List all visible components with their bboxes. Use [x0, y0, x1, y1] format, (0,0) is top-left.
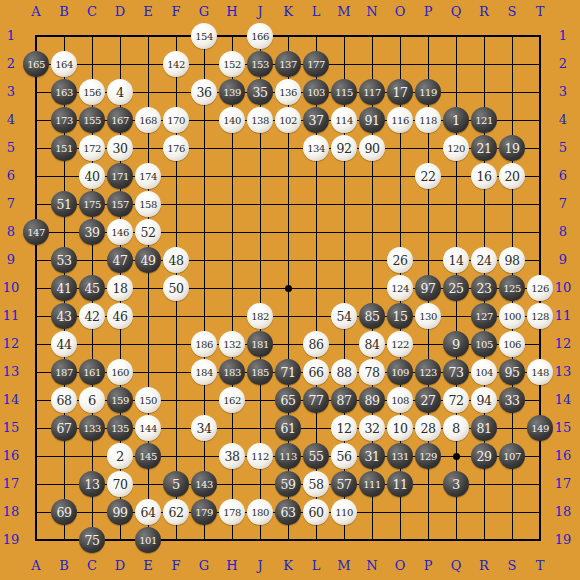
white-stone-move-16[interactable]: 16 — [471, 163, 497, 189]
point-O6[interactable] — [386, 162, 414, 190]
point-G19[interactable] — [190, 526, 218, 554]
white-stone-move-186[interactable]: 186 — [191, 331, 217, 357]
point-Q9[interactable]: 14 — [442, 246, 470, 274]
point-O19[interactable] — [386, 526, 414, 554]
white-stone-move-184[interactable]: 184 — [191, 359, 217, 385]
point-B19[interactable] — [50, 526, 78, 554]
point-C18[interactable] — [78, 498, 106, 526]
point-H17[interactable] — [218, 470, 246, 498]
point-O3[interactable]: 17 — [386, 78, 414, 106]
point-S10[interactable]: 125 — [498, 274, 526, 302]
point-N7[interactable] — [358, 190, 386, 218]
point-B4[interactable]: 173 — [50, 106, 78, 134]
white-stone-move-108[interactable]: 108 — [387, 387, 413, 413]
point-D8[interactable]: 146 — [106, 218, 134, 246]
point-P13[interactable]: 123 — [414, 358, 442, 386]
point-L8[interactable] — [302, 218, 330, 246]
point-K11[interactable] — [274, 302, 302, 330]
point-R2[interactable] — [470, 50, 498, 78]
white-stone-move-26[interactable]: 26 — [387, 247, 413, 273]
white-stone-move-98[interactable]: 98 — [499, 247, 525, 273]
black-stone-move-163[interactable]: 163 — [51, 79, 77, 105]
black-stone-move-139[interactable]: 139 — [219, 79, 245, 105]
point-J3[interactable]: 35 — [246, 78, 274, 106]
black-stone-move-87[interactable]: 87 — [331, 387, 357, 413]
point-R8[interactable] — [470, 218, 498, 246]
point-O8[interactable] — [386, 218, 414, 246]
black-stone-move-9[interactable]: 9 — [443, 331, 469, 357]
point-T11[interactable]: 128 — [526, 302, 554, 330]
point-Q3[interactable] — [442, 78, 470, 106]
point-B18[interactable]: 69 — [50, 498, 78, 526]
point-J2[interactable]: 153 — [246, 50, 274, 78]
white-stone-move-180[interactable]: 180 — [247, 499, 273, 525]
point-F19[interactable] — [162, 526, 190, 554]
point-L2[interactable]: 177 — [302, 50, 330, 78]
point-A4[interactable] — [22, 106, 50, 134]
point-M12[interactable] — [330, 330, 358, 358]
point-T19[interactable] — [526, 526, 554, 554]
point-O7[interactable] — [386, 190, 414, 218]
point-J10[interactable] — [246, 274, 274, 302]
white-stone-move-154[interactable]: 154 — [191, 23, 217, 49]
point-B8[interactable] — [50, 218, 78, 246]
black-stone-move-5[interactable]: 5 — [163, 471, 189, 497]
white-stone-move-156[interactable]: 156 — [79, 79, 105, 105]
point-K6[interactable] — [274, 162, 302, 190]
point-P17[interactable] — [414, 470, 442, 498]
black-stone-move-49[interactable]: 49 — [135, 247, 161, 273]
point-L16[interactable]: 55 — [302, 442, 330, 470]
point-J11[interactable]: 182 — [246, 302, 274, 330]
point-M2[interactable] — [330, 50, 358, 78]
point-S14[interactable]: 33 — [498, 386, 526, 414]
white-stone-move-168[interactable]: 168 — [135, 107, 161, 133]
white-stone-move-22[interactable]: 22 — [415, 163, 441, 189]
black-stone-move-149[interactable]: 149 — [527, 415, 553, 441]
white-stone-move-44[interactable]: 44 — [51, 331, 77, 357]
point-Q5[interactable]: 120 — [442, 134, 470, 162]
white-stone-move-24[interactable]: 24 — [471, 247, 497, 273]
point-L5[interactable]: 134 — [302, 134, 330, 162]
black-stone-move-15[interactable]: 15 — [387, 303, 413, 329]
point-G13[interactable]: 184 — [190, 358, 218, 386]
point-R19[interactable] — [470, 526, 498, 554]
white-stone-move-12[interactable]: 12 — [331, 415, 357, 441]
point-D12[interactable] — [106, 330, 134, 358]
black-stone-move-175[interactable]: 175 — [79, 191, 105, 217]
point-A7[interactable] — [22, 190, 50, 218]
point-M5[interactable]: 92 — [330, 134, 358, 162]
point-J12[interactable]: 181 — [246, 330, 274, 358]
point-P11[interactable]: 130 — [414, 302, 442, 330]
black-stone-move-37[interactable]: 37 — [303, 107, 329, 133]
point-R10[interactable]: 23 — [470, 274, 498, 302]
point-K16[interactable]: 113 — [274, 442, 302, 470]
point-A3[interactable] — [22, 78, 50, 106]
point-L13[interactable]: 66 — [302, 358, 330, 386]
point-M19[interactable] — [330, 526, 358, 554]
black-stone-move-117[interactable]: 117 — [359, 79, 385, 105]
point-Q14[interactable]: 72 — [442, 386, 470, 414]
black-stone-move-67[interactable]: 67 — [51, 415, 77, 441]
point-F18[interactable]: 62 — [162, 498, 190, 526]
point-H10[interactable] — [218, 274, 246, 302]
point-O4[interactable]: 116 — [386, 106, 414, 134]
black-stone-move-129[interactable]: 129 — [415, 443, 441, 469]
black-stone-move-161[interactable]: 161 — [79, 359, 105, 385]
white-stone-move-46[interactable]: 46 — [107, 303, 133, 329]
white-stone-move-52[interactable]: 52 — [135, 219, 161, 245]
point-M14[interactable]: 87 — [330, 386, 358, 414]
point-L4[interactable]: 37 — [302, 106, 330, 134]
black-stone-move-11[interactable]: 11 — [387, 471, 413, 497]
point-K8[interactable] — [274, 218, 302, 246]
white-stone-move-36[interactable]: 36 — [191, 79, 217, 105]
point-R5[interactable]: 21 — [470, 134, 498, 162]
black-stone-move-151[interactable]: 151 — [51, 135, 77, 161]
point-T1[interactable] — [526, 22, 554, 50]
point-P3[interactable]: 119 — [414, 78, 442, 106]
point-L15[interactable] — [302, 414, 330, 442]
point-P18[interactable] — [414, 498, 442, 526]
white-stone-move-104[interactable]: 104 — [471, 359, 497, 385]
point-L10[interactable] — [302, 274, 330, 302]
white-stone-move-34[interactable]: 34 — [191, 415, 217, 441]
black-stone-move-61[interactable]: 61 — [275, 415, 301, 441]
point-E2[interactable] — [134, 50, 162, 78]
point-O10[interactable]: 124 — [386, 274, 414, 302]
white-stone-move-122[interactable]: 122 — [387, 331, 413, 357]
point-F10[interactable]: 50 — [162, 274, 190, 302]
white-stone-move-138[interactable]: 138 — [247, 107, 273, 133]
white-stone-move-106[interactable]: 106 — [499, 331, 525, 357]
point-Q17[interactable]: 3 — [442, 470, 470, 498]
point-S19[interactable] — [498, 526, 526, 554]
point-N3[interactable]: 117 — [358, 78, 386, 106]
point-P8[interactable] — [414, 218, 442, 246]
point-M1[interactable] — [330, 22, 358, 50]
white-stone-move-130[interactable]: 130 — [415, 303, 441, 329]
point-H13[interactable]: 183 — [218, 358, 246, 386]
point-S7[interactable] — [498, 190, 526, 218]
white-stone-move-126[interactable]: 126 — [527, 275, 553, 301]
point-R16[interactable]: 29 — [470, 442, 498, 470]
point-O15[interactable]: 10 — [386, 414, 414, 442]
black-stone-move-99[interactable]: 99 — [107, 499, 133, 525]
point-G4[interactable] — [190, 106, 218, 134]
point-J19[interactable] — [246, 526, 274, 554]
point-D17[interactable]: 70 — [106, 470, 134, 498]
point-R15[interactable]: 81 — [470, 414, 498, 442]
point-D4[interactable]: 167 — [106, 106, 134, 134]
point-R14[interactable]: 94 — [470, 386, 498, 414]
point-T7[interactable] — [526, 190, 554, 218]
point-F16[interactable] — [162, 442, 190, 470]
black-stone-move-45[interactable]: 45 — [79, 275, 105, 301]
point-E13[interactable] — [134, 358, 162, 386]
black-stone-move-125[interactable]: 125 — [499, 275, 525, 301]
point-P10[interactable]: 97 — [414, 274, 442, 302]
point-N8[interactable] — [358, 218, 386, 246]
point-M3[interactable]: 115 — [330, 78, 358, 106]
point-R6[interactable]: 16 — [470, 162, 498, 190]
black-stone-move-137[interactable]: 137 — [275, 51, 301, 77]
point-N16[interactable]: 31 — [358, 442, 386, 470]
point-L11[interactable] — [302, 302, 330, 330]
point-T9[interactable] — [526, 246, 554, 274]
point-J9[interactable] — [246, 246, 274, 274]
white-stone-move-88[interactable]: 88 — [331, 359, 357, 385]
point-K17[interactable]: 59 — [274, 470, 302, 498]
point-P6[interactable]: 22 — [414, 162, 442, 190]
black-stone-move-157[interactable]: 157 — [107, 191, 133, 217]
black-stone-move-171[interactable]: 171 — [107, 163, 133, 189]
point-E7[interactable]: 158 — [134, 190, 162, 218]
white-stone-move-182[interactable]: 182 — [247, 303, 273, 329]
point-O1[interactable] — [386, 22, 414, 50]
point-E17[interactable] — [134, 470, 162, 498]
white-stone-move-4[interactable]: 4 — [107, 79, 133, 105]
point-C14[interactable]: 6 — [78, 386, 106, 414]
point-L9[interactable] — [302, 246, 330, 274]
point-H9[interactable] — [218, 246, 246, 274]
black-stone-move-173[interactable]: 173 — [51, 107, 77, 133]
point-M8[interactable] — [330, 218, 358, 246]
point-T5[interactable] — [526, 134, 554, 162]
point-D2[interactable] — [106, 50, 134, 78]
point-R9[interactable]: 24 — [470, 246, 498, 274]
point-D10[interactable]: 18 — [106, 274, 134, 302]
point-R1[interactable] — [470, 22, 498, 50]
white-stone-move-18[interactable]: 18 — [107, 275, 133, 301]
black-stone-move-143[interactable]: 143 — [191, 471, 217, 497]
point-K12[interactable] — [274, 330, 302, 358]
white-stone-move-54[interactable]: 54 — [331, 303, 357, 329]
point-H11[interactable] — [218, 302, 246, 330]
point-N18[interactable] — [358, 498, 386, 526]
black-stone-move-127[interactable]: 127 — [471, 303, 497, 329]
point-E8[interactable]: 52 — [134, 218, 162, 246]
point-B14[interactable]: 68 — [50, 386, 78, 414]
black-stone-move-55[interactable]: 55 — [303, 443, 329, 469]
white-stone-move-178[interactable]: 178 — [219, 499, 245, 525]
black-stone-move-123[interactable]: 123 — [415, 359, 441, 385]
black-stone-move-3[interactable]: 3 — [443, 471, 469, 497]
point-O13[interactable]: 109 — [386, 358, 414, 386]
black-stone-move-17[interactable]: 17 — [387, 79, 413, 105]
point-M6[interactable] — [330, 162, 358, 190]
point-K19[interactable] — [274, 526, 302, 554]
point-R11[interactable]: 127 — [470, 302, 498, 330]
point-B11[interactable]: 43 — [50, 302, 78, 330]
point-B17[interactable] — [50, 470, 78, 498]
point-D3[interactable]: 4 — [106, 78, 134, 106]
point-E4[interactable]: 168 — [134, 106, 162, 134]
point-A2[interactable]: 165 — [22, 50, 50, 78]
point-F4[interactable]: 170 — [162, 106, 190, 134]
point-F5[interactable]: 176 — [162, 134, 190, 162]
point-H15[interactable] — [218, 414, 246, 442]
point-J13[interactable]: 185 — [246, 358, 274, 386]
point-N10[interactable] — [358, 274, 386, 302]
point-H1[interactable] — [218, 22, 246, 50]
point-E12[interactable] — [134, 330, 162, 358]
point-E11[interactable] — [134, 302, 162, 330]
white-stone-move-116[interactable]: 116 — [387, 107, 413, 133]
black-stone-move-103[interactable]: 103 — [303, 79, 329, 105]
point-T14[interactable] — [526, 386, 554, 414]
point-A6[interactable] — [22, 162, 50, 190]
white-stone-move-8[interactable]: 8 — [443, 415, 469, 441]
point-J16[interactable]: 112 — [246, 442, 274, 470]
point-P12[interactable] — [414, 330, 442, 358]
point-E18[interactable]: 64 — [134, 498, 162, 526]
point-N12[interactable]: 84 — [358, 330, 386, 358]
black-stone-move-85[interactable]: 85 — [359, 303, 385, 329]
white-stone-move-132[interactable]: 132 — [219, 331, 245, 357]
point-P2[interactable] — [414, 50, 442, 78]
point-O5[interactable] — [386, 134, 414, 162]
point-R12[interactable]: 105 — [470, 330, 498, 358]
point-T10[interactable]: 126 — [526, 274, 554, 302]
point-M9[interactable] — [330, 246, 358, 274]
point-G2[interactable] — [190, 50, 218, 78]
point-B1[interactable] — [50, 22, 78, 50]
point-K15[interactable]: 61 — [274, 414, 302, 442]
point-O14[interactable]: 108 — [386, 386, 414, 414]
black-stone-move-65[interactable]: 65 — [275, 387, 301, 413]
point-Q10[interactable]: 25 — [442, 274, 470, 302]
black-stone-move-121[interactable]: 121 — [471, 107, 497, 133]
point-P9[interactable] — [414, 246, 442, 274]
point-D15[interactable]: 135 — [106, 414, 134, 442]
point-M18[interactable]: 110 — [330, 498, 358, 526]
point-P5[interactable] — [414, 134, 442, 162]
point-L14[interactable]: 77 — [302, 386, 330, 414]
black-stone-move-47[interactable]: 47 — [107, 247, 133, 273]
black-stone-move-75[interactable]: 75 — [79, 527, 105, 553]
point-O16[interactable]: 131 — [386, 442, 414, 470]
point-M17[interactable]: 57 — [330, 470, 358, 498]
point-P16[interactable]: 129 — [414, 442, 442, 470]
point-M4[interactable]: 114 — [330, 106, 358, 134]
point-A9[interactable] — [22, 246, 50, 274]
point-G10[interactable] — [190, 274, 218, 302]
point-F1[interactable] — [162, 22, 190, 50]
point-R18[interactable] — [470, 498, 498, 526]
point-A12[interactable] — [22, 330, 50, 358]
white-stone-move-120[interactable]: 120 — [443, 135, 469, 161]
point-S5[interactable]: 19 — [498, 134, 526, 162]
point-N17[interactable]: 111 — [358, 470, 386, 498]
point-H6[interactable] — [218, 162, 246, 190]
point-G18[interactable]: 179 — [190, 498, 218, 526]
black-stone-move-69[interactable]: 69 — [51, 499, 77, 525]
point-F14[interactable] — [162, 386, 190, 414]
white-stone-move-38[interactable]: 38 — [219, 443, 245, 469]
point-D7[interactable]: 157 — [106, 190, 134, 218]
black-stone-move-51[interactable]: 51 — [51, 191, 77, 217]
point-F17[interactable]: 5 — [162, 470, 190, 498]
point-Q2[interactable] — [442, 50, 470, 78]
point-M11[interactable]: 54 — [330, 302, 358, 330]
point-N11[interactable]: 85 — [358, 302, 386, 330]
point-L6[interactable] — [302, 162, 330, 190]
point-R7[interactable] — [470, 190, 498, 218]
white-stone-move-28[interactable]: 28 — [415, 415, 441, 441]
point-P7[interactable] — [414, 190, 442, 218]
point-Q12[interactable]: 9 — [442, 330, 470, 358]
point-N5[interactable]: 90 — [358, 134, 386, 162]
point-A16[interactable] — [22, 442, 50, 470]
black-stone-move-97[interactable]: 97 — [415, 275, 441, 301]
point-M15[interactable]: 12 — [330, 414, 358, 442]
white-stone-move-78[interactable]: 78 — [359, 359, 385, 385]
white-stone-move-30[interactable]: 30 — [107, 135, 133, 161]
point-A14[interactable] — [22, 386, 50, 414]
black-stone-move-21[interactable]: 21 — [471, 135, 497, 161]
black-stone-move-41[interactable]: 41 — [51, 275, 77, 301]
white-stone-move-70[interactable]: 70 — [107, 471, 133, 497]
black-stone-move-63[interactable]: 63 — [275, 499, 301, 525]
point-S18[interactable] — [498, 498, 526, 526]
point-B16[interactable] — [50, 442, 78, 470]
black-stone-move-113[interactable]: 113 — [275, 443, 301, 469]
point-S2[interactable] — [498, 50, 526, 78]
black-stone-move-111[interactable]: 111 — [359, 471, 385, 497]
white-stone-move-40[interactable]: 40 — [79, 163, 105, 189]
point-C8[interactable]: 39 — [78, 218, 106, 246]
point-H5[interactable] — [218, 134, 246, 162]
black-stone-move-53[interactable]: 53 — [51, 247, 77, 273]
point-N15[interactable]: 32 — [358, 414, 386, 442]
point-G15[interactable]: 34 — [190, 414, 218, 442]
point-P4[interactable]: 118 — [414, 106, 442, 134]
point-F11[interactable] — [162, 302, 190, 330]
point-E16[interactable]: 145 — [134, 442, 162, 470]
point-Q19[interactable] — [442, 526, 470, 554]
point-C7[interactable]: 175 — [78, 190, 106, 218]
point-S16[interactable]: 107 — [498, 442, 526, 470]
point-O17[interactable]: 11 — [386, 470, 414, 498]
black-stone-move-185[interactable]: 185 — [247, 359, 273, 385]
point-L17[interactable]: 58 — [302, 470, 330, 498]
point-G1[interactable]: 154 — [190, 22, 218, 50]
black-stone-move-153[interactable]: 153 — [247, 51, 273, 77]
point-B13[interactable]: 187 — [50, 358, 78, 386]
white-stone-move-56[interactable]: 56 — [331, 443, 357, 469]
point-A10[interactable] — [22, 274, 50, 302]
point-G8[interactable] — [190, 218, 218, 246]
point-K5[interactable] — [274, 134, 302, 162]
black-stone-move-133[interactable]: 133 — [79, 415, 105, 441]
black-stone-move-107[interactable]: 107 — [499, 443, 525, 469]
point-C12[interactable] — [78, 330, 106, 358]
point-P1[interactable] — [414, 22, 442, 50]
point-L12[interactable]: 86 — [302, 330, 330, 358]
white-stone-move-58[interactable]: 58 — [303, 471, 329, 497]
point-T12[interactable] — [526, 330, 554, 358]
point-F7[interactable] — [162, 190, 190, 218]
point-P15[interactable]: 28 — [414, 414, 442, 442]
point-Q6[interactable] — [442, 162, 470, 190]
point-G14[interactable] — [190, 386, 218, 414]
point-M13[interactable]: 88 — [330, 358, 358, 386]
black-stone-move-167[interactable]: 167 — [107, 107, 133, 133]
white-stone-move-48[interactable]: 48 — [163, 247, 189, 273]
point-G5[interactable] — [190, 134, 218, 162]
